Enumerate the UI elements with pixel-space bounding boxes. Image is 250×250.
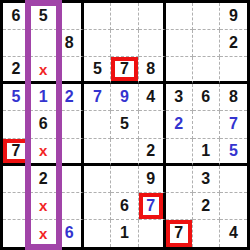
- given-digit: 2: [12, 61, 21, 77]
- given-digit: 6: [39, 116, 48, 132]
- cell-r2c2[interactable]: [30, 30, 57, 57]
- given-digit: 1: [120, 225, 129, 241]
- cell-r6c9[interactable]: 5: [220, 139, 247, 166]
- x-mark: x: [39, 62, 47, 77]
- x-mark: x: [39, 143, 47, 158]
- cell-r6c7[interactable]: [166, 139, 193, 166]
- cell-r1c5[interactable]: [111, 3, 138, 30]
- cell-r3c1[interactable]: 2: [3, 57, 30, 84]
- x-mark: x: [39, 198, 47, 213]
- cell-r5c7[interactable]: 2: [166, 111, 193, 138]
- given-digit: 5: [120, 116, 129, 132]
- given-digit: 8: [65, 35, 74, 51]
- cell-r7c3[interactable]: [57, 166, 84, 193]
- given-digit: 2: [201, 198, 210, 214]
- sudoku-board: 659822x57851279436865277x215293x672x6174: [0, 0, 250, 250]
- cell-r5c8[interactable]: [193, 111, 220, 138]
- cell-r3c4[interactable]: 5: [84, 57, 111, 84]
- cell-r1c7[interactable]: [166, 3, 193, 30]
- given-digit: 7: [12, 143, 21, 159]
- cell-r6c2[interactable]: x: [30, 139, 57, 166]
- x-mark: x: [39, 226, 47, 241]
- cell-r4c8[interactable]: 6: [193, 84, 220, 111]
- solved-digit: 2: [65, 89, 74, 105]
- cell-r9c7[interactable]: 7: [166, 220, 193, 247]
- cell-r4c3[interactable]: 2: [57, 84, 84, 111]
- solved-digit: 1: [39, 89, 48, 105]
- cell-r9c9[interactable]: 4: [220, 220, 247, 247]
- solved-digit: 2: [174, 116, 183, 132]
- given-digit: 8: [146, 61, 155, 77]
- solved-digit: 5: [229, 143, 238, 159]
- cell-r7c2[interactable]: 2: [30, 166, 57, 193]
- given-digit: 5: [93, 61, 102, 77]
- cell-r3c7[interactable]: [166, 57, 193, 84]
- cell-r5c6[interactable]: [139, 111, 166, 138]
- cell-r1c6[interactable]: [139, 3, 166, 30]
- cell-r3c8[interactable]: [193, 57, 220, 84]
- cell-r7c9[interactable]: [220, 166, 247, 193]
- cell-r1c4[interactable]: [84, 3, 111, 30]
- cell-r6c1[interactable]: 7: [3, 139, 30, 166]
- given-digit: 7: [174, 225, 183, 241]
- solved-digit: 7: [229, 116, 238, 132]
- cell-r6c8[interactable]: 1: [193, 139, 220, 166]
- cell-r2c7[interactable]: [166, 30, 193, 57]
- cell-r5c3[interactable]: [57, 111, 84, 138]
- cell-r1c9[interactable]: 9: [220, 3, 247, 30]
- cell-r4c9[interactable]: 8: [220, 84, 247, 111]
- cell-r9c2[interactable]: x: [30, 220, 57, 247]
- given-digit: 6: [201, 89, 210, 105]
- solved-digit: 9: [120, 89, 129, 105]
- cell-r1c2[interactable]: 5: [30, 3, 57, 30]
- cell-r8c9[interactable]: [220, 193, 247, 220]
- cell-r8c5[interactable]: 6: [111, 193, 138, 220]
- given-digit: 3: [201, 171, 210, 187]
- cell-r2c1[interactable]: [3, 30, 30, 57]
- given-digit: 4: [229, 225, 238, 241]
- given-digit: 1: [201, 143, 210, 159]
- cell-r8c7[interactable]: [166, 193, 193, 220]
- given-digit: 7: [120, 61, 129, 77]
- cell-r6c3[interactable]: [57, 139, 84, 166]
- cell-r5c2[interactable]: 6: [30, 111, 57, 138]
- given-digit: 2: [146, 143, 155, 159]
- cell-r7c6[interactable]: 9: [139, 166, 166, 193]
- cell-r6c5[interactable]: [111, 139, 138, 166]
- given-digit: 5: [39, 8, 48, 24]
- cell-r5c5[interactable]: 5: [111, 111, 138, 138]
- given-digit: 3: [174, 89, 183, 105]
- cell-r4c4[interactable]: 7: [84, 84, 111, 111]
- cell-r4c6[interactable]: 4: [139, 84, 166, 111]
- given-digit: 6: [12, 8, 21, 24]
- cell-r3c9[interactable]: [220, 57, 247, 84]
- solved-digit: 5: [12, 89, 21, 105]
- cell-r2c9[interactable]: 2: [220, 30, 247, 57]
- cell-r8c2[interactable]: x: [30, 193, 57, 220]
- cell-r5c9[interactable]: 7: [220, 111, 247, 138]
- sudoku-grid: 659822x57851279436865277x215293x672x6174: [3, 3, 247, 247]
- cell-r9c1[interactable]: [3, 220, 30, 247]
- cell-r6c6[interactable]: 2: [139, 139, 166, 166]
- solved-digit: 6: [65, 225, 74, 241]
- cell-r5c4[interactable]: [84, 111, 111, 138]
- cell-r9c4[interactable]: [84, 220, 111, 247]
- solved-digit: 7: [146, 198, 155, 214]
- given-digit: 8: [229, 89, 238, 105]
- cell-r5c1[interactable]: [3, 111, 30, 138]
- cell-r7c1[interactable]: [3, 166, 30, 193]
- cell-r3c2[interactable]: x: [30, 57, 57, 84]
- cell-r9c8[interactable]: [193, 220, 220, 247]
- cell-r9c6[interactable]: [139, 220, 166, 247]
- cell-r2c4[interactable]: [84, 30, 111, 57]
- cell-r4c7[interactable]: 3: [166, 84, 193, 111]
- cell-r8c6[interactable]: 7: [139, 193, 166, 220]
- cell-r3c3[interactable]: [57, 57, 84, 84]
- given-digit: 4: [146, 89, 155, 105]
- cell-r7c8[interactable]: 3: [193, 166, 220, 193]
- cell-r2c5[interactable]: [111, 30, 138, 57]
- given-digit: 9: [146, 171, 155, 187]
- cell-r2c8[interactable]: [193, 30, 220, 57]
- given-digit: 9: [229, 8, 238, 24]
- cell-r7c5[interactable]: [111, 166, 138, 193]
- cell-r4c5[interactable]: 9: [111, 84, 138, 111]
- cell-r2c6[interactable]: [139, 30, 166, 57]
- cell-r1c8[interactable]: [193, 3, 220, 30]
- cell-r7c4[interactable]: [84, 166, 111, 193]
- cell-r3c5[interactable]: 7: [111, 57, 138, 84]
- cell-r8c3[interactable]: [57, 193, 84, 220]
- cell-r9c5[interactable]: 1: [111, 220, 138, 247]
- cell-r8c1[interactable]: [3, 193, 30, 220]
- cell-r8c8[interactable]: 2: [193, 193, 220, 220]
- cell-r7c7[interactable]: [166, 166, 193, 193]
- cell-r8c4[interactable]: [84, 193, 111, 220]
- cell-r1c3[interactable]: [57, 3, 84, 30]
- cell-r1c1[interactable]: 6: [3, 3, 30, 30]
- cell-r9c3[interactable]: 6: [57, 220, 84, 247]
- cell-r4c2[interactable]: 1: [30, 84, 57, 111]
- cell-r3c6[interactable]: 8: [139, 57, 166, 84]
- cell-r6c4[interactable]: [84, 139, 111, 166]
- given-digit: 6: [120, 198, 129, 214]
- given-digit: 2: [229, 35, 238, 51]
- cell-r4c1[interactable]: 5: [3, 84, 30, 111]
- solved-digit: 7: [93, 89, 102, 105]
- given-digit: 2: [39, 171, 48, 187]
- cell-r2c3[interactable]: 8: [57, 30, 84, 57]
